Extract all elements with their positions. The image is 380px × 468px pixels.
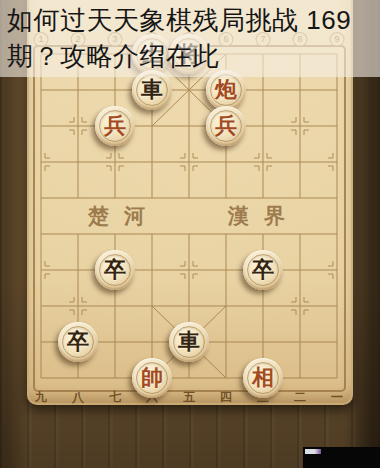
piece-red-pawn-left[interactable]: 兵 [95, 106, 135, 146]
piece-black-pawn-edge[interactable]: 卒 [58, 322, 98, 362]
piece-red-pawn-right[interactable]: 兵 [206, 106, 246, 146]
bottom-column-label-2: 八 [72, 389, 84, 406]
river-label-hanjie: 漢界 [228, 202, 300, 230]
bottom-column-label-6: 四 [220, 389, 232, 406]
article-title-line2: 期？攻略介绍在此 [7, 38, 379, 74]
bottom-column-label-9: 一 [331, 389, 343, 406]
piece-red-elephant[interactable]: 相 [243, 358, 283, 398]
article-title: 如何过天天象棋残局挑战 169 期？攻略介绍在此 [7, 2, 379, 74]
piece-black-pawn-left[interactable]: 卒 [95, 250, 135, 290]
river-label-chuhe: 楚河 [88, 202, 160, 230]
watermark-logo [305, 449, 321, 454]
article-title-line1: 如何过天天象棋残局挑战 169 [7, 2, 379, 38]
screenshot-root: 123456789 楚河 漢界 九八七六五四三二一 士将車炮兵兵卒卒卒車帥相 如… [0, 0, 380, 468]
piece-black-pawn-right[interactable]: 卒 [243, 250, 283, 290]
bottom-column-label-8: 二 [294, 389, 306, 406]
bottom-column-label-1: 九 [35, 389, 47, 406]
watermark-box [303, 447, 380, 468]
piece-black-chariot-center[interactable]: 車 [169, 322, 209, 362]
bottom-column-label-5: 五 [183, 389, 195, 406]
piece-red-general[interactable]: 帥 [132, 358, 172, 398]
bottom-column-label-3: 七 [109, 389, 121, 406]
